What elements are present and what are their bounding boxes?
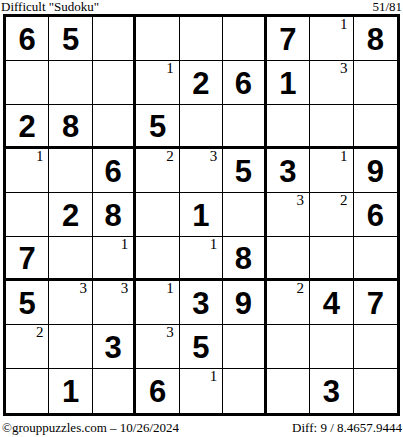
given-digit: 7: [19, 243, 36, 274]
cell-r6c4[interactable]: [136, 237, 179, 281]
cell-r4c7[interactable]: 3: [267, 149, 310, 193]
pencil-mark: 1: [210, 238, 218, 251]
cell-r6c2[interactable]: [49, 237, 92, 281]
cell-r7c3[interactable]: 3: [93, 281, 136, 325]
empty-cell-counter: 51/81: [372, 0, 402, 13]
cell-r8c7[interactable]: [267, 325, 310, 369]
given-digit: 5: [62, 24, 79, 55]
cell-r5c5[interactable]: 1: [180, 193, 223, 237]
copyright-date-text: ©grouppuzzles.com – 10/26/2024: [2, 421, 179, 435]
cell-r5c1[interactable]: [6, 193, 49, 237]
pencil-mark: 3: [79, 282, 87, 295]
cell-r8c9[interactable]: [354, 325, 397, 369]
given-digit: 6: [104, 156, 121, 187]
pencil-mark: 2: [36, 326, 44, 339]
cell-r4c4[interactable]: 2: [136, 149, 179, 193]
cell-r8c1[interactable]: 2: [6, 325, 49, 369]
cell-r1c7[interactable]: 7: [267, 17, 310, 61]
cell-r5c9[interactable]: 6: [354, 193, 397, 237]
cell-r4c6[interactable]: 5: [223, 149, 266, 193]
given-digit: 7: [367, 288, 384, 319]
cell-r3c2[interactable]: 8: [49, 105, 92, 149]
given-digit: 3: [192, 288, 209, 319]
cell-r6c8[interactable]: [310, 237, 353, 281]
cell-r9c1[interactable]: [6, 369, 49, 413]
cell-r9c7[interactable]: [267, 369, 310, 413]
pencil-mark: 1: [340, 150, 348, 163]
given-digit: 2: [192, 68, 209, 99]
given-digit: 5: [235, 156, 252, 187]
cell-r2c1[interactable]: [6, 61, 49, 105]
cell-r7c6[interactable]: 9: [223, 281, 266, 325]
given-digit: 5: [19, 288, 36, 319]
given-digit: 8: [104, 200, 121, 231]
cell-r6c6[interactable]: 8: [223, 237, 266, 281]
cell-r2c3[interactable]: [93, 61, 136, 105]
cell-r3c8[interactable]: [310, 105, 353, 149]
cell-r4c3[interactable]: 6: [93, 149, 136, 193]
given-digit: 6: [149, 376, 166, 407]
pencil-mark: 1: [121, 238, 129, 251]
cell-r2c2[interactable]: [49, 61, 92, 105]
pencil-mark: 1: [166, 282, 174, 295]
pencil-mark: 2: [166, 150, 174, 163]
cell-r4c5[interactable]: 3: [180, 149, 223, 193]
cell-r3c1[interactable]: 2: [6, 105, 49, 149]
header: Difficult "Sudoku" 51/81: [1, 0, 402, 14]
cell-r2c4[interactable]: 1: [136, 61, 179, 105]
cell-r3c4[interactable]: 5: [136, 105, 179, 149]
page-title: Difficult "Sudoku": [1, 0, 99, 13]
cell-r9c4[interactable]: 6: [136, 369, 179, 413]
cell-r2c5[interactable]: 2: [180, 61, 223, 105]
given-digit: 1: [62, 376, 79, 407]
cell-r1c8[interactable]: 1: [310, 17, 353, 61]
cell-r1c2[interactable]: 5: [49, 17, 92, 61]
cell-r8c5[interactable]: 5: [180, 325, 223, 369]
cell-r9c6[interactable]: [223, 369, 266, 413]
pencil-mark: 1: [340, 18, 348, 31]
cell-r9c5[interactable]: 1: [180, 369, 223, 413]
given-digit: 5: [192, 332, 209, 363]
cell-r3c9[interactable]: [354, 105, 397, 149]
sudoku-page: Difficult "Sudoku" 51/81 657181261328516…: [0, 0, 403, 437]
given-digit: 9: [367, 156, 384, 187]
given-digit: 4: [323, 288, 340, 319]
given-digit: 6: [367, 200, 384, 231]
cell-r8c3[interactable]: 3: [93, 325, 136, 369]
cell-r9c3[interactable]: [93, 369, 136, 413]
given-digit: 8: [62, 111, 79, 142]
given-digit: 3: [279, 156, 296, 187]
pencil-mark: 1: [210, 370, 218, 383]
cell-r4c1[interactable]: 1: [6, 149, 49, 193]
cell-r3c3[interactable]: [93, 105, 136, 149]
cell-r5c2[interactable]: 2: [49, 193, 92, 237]
given-digit: 6: [235, 68, 252, 99]
cell-r9c9[interactable]: [354, 369, 397, 413]
difficulty-text: Diff: 9 / 8.4657.9444: [292, 421, 402, 435]
cell-r8c6[interactable]: [223, 325, 266, 369]
cell-r2c7[interactable]: 1: [267, 61, 310, 105]
given-digit: 9: [235, 288, 252, 319]
pencil-mark: 3: [166, 326, 174, 339]
given-digit: 7: [279, 24, 296, 55]
cell-r1c9[interactable]: 8: [354, 17, 397, 61]
cell-r6c9[interactable]: [354, 237, 397, 281]
pencil-mark: 2: [340, 194, 348, 207]
cell-r7c2[interactable]: 3: [49, 281, 92, 325]
pencil-mark: 3: [340, 62, 348, 75]
given-digit: 8: [235, 243, 252, 274]
cell-r1c6[interactable]: [223, 17, 266, 61]
cell-r2c9[interactable]: [354, 61, 397, 105]
pencil-mark: 2: [297, 282, 305, 295]
given-digit: 2: [62, 200, 79, 231]
cell-r7c9[interactable]: 7: [354, 281, 397, 325]
given-digit: 3: [104, 332, 121, 363]
cell-r1c3[interactable]: [93, 17, 136, 61]
cell-r8c4[interactable]: 3: [136, 325, 179, 369]
cell-r3c5[interactable]: [180, 105, 223, 149]
cell-r7c7[interactable]: 2: [267, 281, 310, 325]
cell-r5c4[interactable]: [136, 193, 179, 237]
cell-r3c7[interactable]: [267, 105, 310, 149]
cell-r5c6[interactable]: [223, 193, 266, 237]
cell-r7c8[interactable]: 4: [310, 281, 353, 325]
pencil-mark: 3: [210, 150, 218, 163]
footer: ©grouppuzzles.com – 10/26/2024 Diff: 9 /…: [2, 419, 402, 435]
given-digit: 2: [19, 111, 36, 142]
cell-r9c8[interactable]: 3: [310, 369, 353, 413]
cell-r3c6[interactable]: [223, 105, 266, 149]
cell-r8c8[interactable]: [310, 325, 353, 369]
given-digit: 1: [279, 68, 296, 99]
given-digit: 1: [192, 200, 209, 231]
pencil-mark: 3: [121, 282, 129, 295]
cell-r1c1[interactable]: 6: [6, 17, 49, 61]
cell-r8c2[interactable]: [49, 325, 92, 369]
given-digit: 8: [367, 24, 384, 55]
cell-r6c7[interactable]: [267, 237, 310, 281]
cell-r5c8[interactable]: 2: [310, 193, 353, 237]
given-digit: 6: [19, 24, 36, 55]
pencil-mark: 3: [297, 194, 305, 207]
cell-r9c2[interactable]: 1: [49, 369, 92, 413]
cell-r7c1[interactable]: 5: [6, 281, 49, 325]
cell-r5c7[interactable]: 3: [267, 193, 310, 237]
cell-r4c8[interactable]: 1: [310, 149, 353, 193]
pencil-mark: 1: [166, 62, 174, 75]
cell-r6c5[interactable]: 1: [180, 237, 223, 281]
given-digit: 5: [149, 111, 166, 142]
cell-r1c4[interactable]: [136, 17, 179, 61]
cell-r4c9[interactable]: 9: [354, 149, 397, 193]
cell-r6c3[interactable]: 1: [93, 237, 136, 281]
cell-r1c5[interactable]: [180, 17, 223, 61]
cell-r2c8[interactable]: 3: [310, 61, 353, 105]
cell-r4c2[interactable]: [49, 149, 92, 193]
cell-r7c5[interactable]: 3: [180, 281, 223, 325]
cell-r7c4[interactable]: 1: [136, 281, 179, 325]
sudoku-board: 6571812613285162353192813267118533139247…: [3, 14, 400, 416]
pencil-mark: 1: [36, 150, 44, 163]
cell-r2c6[interactable]: 6: [223, 61, 266, 105]
given-digit: 3: [323, 376, 340, 407]
cell-r6c1[interactable]: 7: [6, 237, 49, 281]
cell-r5c3[interactable]: 8: [93, 193, 136, 237]
